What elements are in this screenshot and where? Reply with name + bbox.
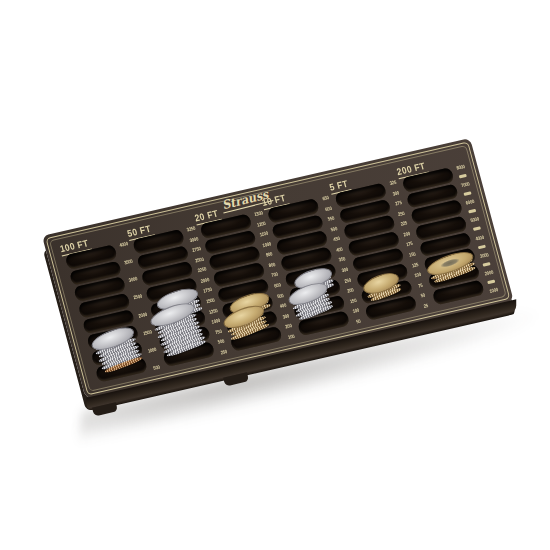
scale-value: 1250 <box>208 308 218 315</box>
scale-value: 150 <box>409 252 417 258</box>
scale-value: 650 <box>322 195 330 201</box>
scale-value: 2000 <box>138 312 148 319</box>
scale-value: 500 <box>277 293 285 299</box>
scale-value: 900 <box>266 252 274 258</box>
scale-value: 1750 <box>203 287 213 294</box>
scale-value: 1500 <box>142 329 152 336</box>
scale-value: 5000 <box>470 217 480 224</box>
scale-value: 3000 <box>128 276 138 283</box>
scale-value: 6000 <box>465 199 475 206</box>
scale-tick <box>464 192 472 197</box>
scale-tick <box>459 174 467 179</box>
scale-value: 600 <box>325 205 333 211</box>
scale-value: 4000 <box>475 234 485 241</box>
scale-value: 3000 <box>189 236 199 243</box>
scale-value: 100 <box>414 272 422 278</box>
scale-value: 1100 <box>259 231 268 238</box>
scale-value: 300 <box>282 313 290 319</box>
scale-value: 150 <box>350 298 358 304</box>
scale-value: 275 <box>395 200 403 206</box>
scale-value: 250 <box>344 277 352 283</box>
scale-value: 2000 <box>200 277 210 284</box>
scale-value: 7000 <box>460 182 470 189</box>
scale-value: 1500 <box>205 298 215 305</box>
scale-value: 200 <box>403 231 411 237</box>
scale-value: 1000 <box>489 287 499 294</box>
scale-value: 1000 <box>147 347 157 354</box>
scale-value: 4000 <box>119 241 129 248</box>
scale-value: 500 <box>153 365 161 371</box>
photo-background: 100 FT 50 FT 20 FT 10 FT 5 FT 200 FT Str… <box>0 0 550 550</box>
scale-tick <box>468 209 476 214</box>
scale-tick <box>482 262 490 267</box>
scale-value: 450 <box>333 236 341 242</box>
scale-value: 2000 <box>484 270 494 277</box>
scale-value: 125 <box>411 262 419 268</box>
scale-value: 50 <box>356 319 361 325</box>
scale-tick <box>487 279 495 284</box>
scale-value: 1000 <box>211 318 221 325</box>
scale-value: 1000 <box>262 241 272 248</box>
scale-value: 325 <box>389 180 397 186</box>
scale-value: 200 <box>285 323 293 329</box>
scale-value: 50 <box>421 293 426 299</box>
scale-value: 175 <box>406 241 414 247</box>
scale-value: 300 <box>341 267 349 273</box>
scale-value: 1200 <box>256 221 266 228</box>
scale-value: 700 <box>271 272 279 278</box>
scale-value: 400 <box>279 303 287 309</box>
scale-value: 3250 <box>186 226 196 233</box>
scale-value: 800 <box>268 262 276 268</box>
scale-tick <box>478 244 486 249</box>
scale-tick <box>473 227 481 232</box>
scale-value: 100 <box>288 334 296 340</box>
scale-value: 25 <box>423 303 428 309</box>
scale-value: 225 <box>400 221 408 227</box>
scale-value: 600 <box>274 282 282 288</box>
scale-value: 400 <box>336 246 344 252</box>
scale-value: 2250 <box>197 267 207 274</box>
scale-value: 2750 <box>192 246 202 253</box>
scale-value: 200 <box>347 287 355 293</box>
scale-value: 350 <box>339 257 347 263</box>
scale-value: 1300 <box>254 210 264 217</box>
scale-value: 250 <box>220 349 228 355</box>
scale-value: 3500 <box>124 259 134 266</box>
scale-value: 100 <box>352 308 360 314</box>
scale-value: 500 <box>218 339 226 345</box>
coin-tray: 100 FT 50 FT 20 FT 10 FT 5 FT 200 FT Str… <box>42 138 514 399</box>
scale-value: 2500 <box>194 257 204 264</box>
scale-value: 3000 <box>479 252 489 259</box>
scale-value: 75 <box>418 283 423 289</box>
scale-value: 550 <box>327 216 335 222</box>
scale-value: 8000 <box>456 164 466 171</box>
scale-value: 500 <box>330 226 338 232</box>
scale-value: 2500 <box>133 294 143 301</box>
scale-value: 300 <box>392 190 400 196</box>
scale-value: 750 <box>215 329 223 335</box>
scale-value: 250 <box>398 211 406 217</box>
